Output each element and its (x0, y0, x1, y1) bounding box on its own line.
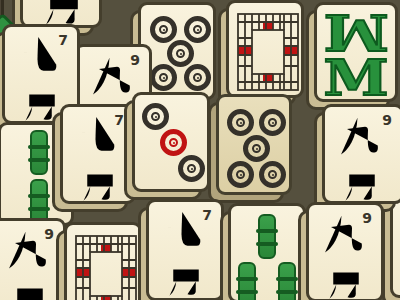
mahjong-board: 9MM779979 (0, 0, 400, 300)
tile-face: 9 (306, 202, 384, 300)
bamboo-stick-icon (30, 130, 48, 175)
pip-ring (268, 170, 277, 179)
bamboo-stick-icon (258, 214, 276, 259)
tile-white-dragon-top[interactable] (226, 0, 304, 98)
nine-character (337, 114, 381, 156)
tile-number: 9 (382, 112, 392, 128)
circle-pip-icon (150, 16, 177, 43)
tile-number: 9 (362, 210, 372, 226)
tile-man9-bottom-right[interactable]: 9 (306, 202, 384, 300)
tile-man7-bottom[interactable]: 7 (146, 199, 224, 300)
pip-ring (187, 164, 196, 173)
bamboo-stick-icon (278, 262, 296, 300)
nine-character (321, 212, 365, 254)
green-m-glyph: M (323, 55, 388, 101)
pip-ring (176, 49, 185, 58)
double-m-wrap: MM (317, 5, 395, 99)
wan-character (322, 253, 370, 300)
seven-character (17, 34, 61, 76)
tile-white-dragon-bottom[interactable] (64, 222, 142, 300)
dragon-frame-icon (237, 13, 299, 91)
pip-ring (159, 25, 168, 34)
bamboo-stick-icon (238, 262, 256, 300)
seven-character (161, 209, 205, 251)
pip-ring (236, 118, 245, 127)
tile-circles3-middle[interactable] (132, 92, 210, 192)
seven-character (75, 114, 119, 156)
tile-face: 7 (146, 199, 224, 300)
tile-man9-right[interactable]: 9 (322, 104, 400, 204)
circle-pip-icon (184, 64, 211, 91)
tile-number: 7 (114, 112, 124, 128)
circle-pip-icon (178, 155, 205, 182)
tile-face: MM (314, 2, 398, 102)
circle-pip-icon (227, 161, 254, 188)
wan-character (39, 0, 89, 27)
tile-green-m-top-right[interactable]: MM (314, 2, 398, 102)
circle-pip-icon (167, 40, 194, 67)
tile-number: 9 (44, 226, 54, 242)
pip-ring (252, 144, 261, 153)
circle-pip-icon (259, 109, 286, 136)
dragon-frame-icon (75, 235, 137, 300)
circle-pip-icon (160, 129, 187, 156)
wan-character (162, 250, 210, 298)
pip-ring (151, 112, 160, 121)
pip-ring (268, 118, 277, 127)
nine-character (5, 228, 49, 270)
circle-pip-icon (184, 16, 211, 43)
tile-number: 7 (202, 207, 212, 223)
circle-pip-icon (243, 135, 270, 162)
pip-ring (169, 138, 178, 147)
pip-ring (236, 170, 245, 179)
tile-face (228, 203, 306, 300)
pip-ring (159, 73, 168, 82)
tile-face (132, 92, 210, 192)
tile-face (64, 222, 142, 300)
wan-character (338, 155, 386, 203)
wan-character (6, 269, 54, 300)
tile-number: 7 (58, 32, 68, 48)
tile-circles5-shaded[interactable] (216, 94, 292, 195)
tile-bamboo3-bottom[interactable] (228, 203, 306, 300)
circle-pip-icon (142, 103, 169, 130)
pip-ring (193, 25, 202, 34)
tile-face: 9 (322, 104, 400, 204)
nine-character (89, 54, 133, 96)
tile-number: 9 (130, 52, 140, 68)
circle-pip-icon (227, 109, 254, 136)
tile-face (216, 94, 292, 195)
circle-pip-icon (150, 64, 177, 91)
tile-face (226, 0, 304, 98)
wan-character (76, 155, 124, 203)
pip-ring (193, 73, 202, 82)
circle-pip-icon (259, 161, 286, 188)
